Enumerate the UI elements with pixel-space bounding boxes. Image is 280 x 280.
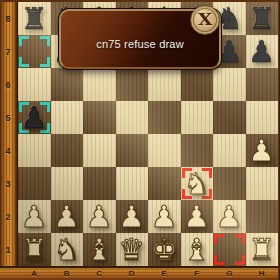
piece-white-knight[interactable]: ♞ xyxy=(183,167,210,200)
piece-white-pawn[interactable]: ♟ xyxy=(86,200,113,233)
square-g6[interactable] xyxy=(213,68,246,101)
close-notification-button[interactable]: X xyxy=(190,5,220,35)
square-g5[interactable] xyxy=(213,101,246,134)
piece-white-rook[interactable]: ♜ xyxy=(21,233,48,266)
square-h5[interactable] xyxy=(246,101,279,134)
square-h8[interactable]: ♜ xyxy=(246,2,279,35)
square-c1[interactable]: ♝ xyxy=(83,233,116,266)
square-g3[interactable] xyxy=(213,167,246,200)
square-a6[interactable] xyxy=(18,68,51,101)
file-label-f: F xyxy=(181,266,214,280)
rank-label-2: 2 xyxy=(0,200,16,233)
square-e5[interactable] xyxy=(148,101,181,134)
piece-white-pawn[interactable]: ♟ xyxy=(248,134,275,167)
square-g2[interactable]: ♟ xyxy=(213,200,246,233)
rank-label-5: 5 xyxy=(0,101,16,134)
piece-white-king[interactable]: ♚ xyxy=(151,233,178,266)
square-a1[interactable]: ♜ xyxy=(18,233,51,266)
square-c6[interactable] xyxy=(83,68,116,101)
file-label-g: G xyxy=(213,266,246,280)
file-label-a: A xyxy=(18,266,51,280)
piece-white-knight[interactable]: ♞ xyxy=(53,233,80,266)
piece-white-bishop[interactable]: ♝ xyxy=(86,233,113,266)
square-e4[interactable] xyxy=(148,134,181,167)
piece-black-pawn[interactable]: ♟ xyxy=(248,35,275,68)
piece-white-pawn[interactable]: ♟ xyxy=(53,200,80,233)
square-h6[interactable] xyxy=(246,68,279,101)
rank-labels: 87654321 xyxy=(0,2,16,266)
square-e2[interactable]: ♟ xyxy=(148,200,181,233)
square-d3[interactable] xyxy=(116,167,149,200)
square-d2[interactable]: ♟ xyxy=(116,200,149,233)
rank-label-8: 8 xyxy=(0,2,16,35)
piece-white-queen[interactable]: ♛ xyxy=(118,233,145,266)
square-c2[interactable]: ♟ xyxy=(83,200,116,233)
square-d4[interactable] xyxy=(116,134,149,167)
square-h7[interactable]: ♟ xyxy=(246,35,279,68)
square-d1[interactable]: ♛ xyxy=(116,233,149,266)
square-a8[interactable]: ♜ xyxy=(18,2,51,35)
notification-text: cn75 refuse draw xyxy=(96,29,184,50)
square-d6[interactable] xyxy=(116,68,149,101)
square-f4[interactable] xyxy=(181,134,214,167)
piece-white-rook[interactable]: ♜ xyxy=(248,233,275,266)
square-c3[interactable] xyxy=(83,167,116,200)
last-move-highlight-red xyxy=(214,234,245,265)
square-e3[interactable] xyxy=(148,167,181,200)
square-f5[interactable] xyxy=(181,101,214,134)
square-b1[interactable]: ♞ xyxy=(51,233,84,266)
piece-white-pawn[interactable]: ♟ xyxy=(151,200,178,233)
piece-black-pawn[interactable]: ♟ xyxy=(21,101,48,134)
square-c4[interactable] xyxy=(83,134,116,167)
rank-label-4: 4 xyxy=(0,134,16,167)
last-move-highlight-teal xyxy=(19,36,50,67)
square-b2[interactable]: ♟ xyxy=(51,200,84,233)
square-a2[interactable]: ♟ xyxy=(18,200,51,233)
square-d5[interactable] xyxy=(116,101,149,134)
rank-label-1: 1 xyxy=(0,233,16,266)
square-b3[interactable] xyxy=(51,167,84,200)
square-h4[interactable]: ♟ xyxy=(246,134,279,167)
file-label-b: B xyxy=(51,266,84,280)
square-e1[interactable]: ♚ xyxy=(148,233,181,266)
close-icon: X xyxy=(198,12,212,28)
file-label-c: C xyxy=(83,266,116,280)
chess-app-screen: ♜♞♝♛♚♝♞♜♟♟♟♟♟♟♟♟♟♞♟♟♟♟♟♟♟♜♞♝♛♚♝♜ 8765432… xyxy=(0,0,280,280)
square-e6[interactable] xyxy=(148,68,181,101)
piece-black-rook[interactable]: ♜ xyxy=(248,2,275,35)
square-c5[interactable] xyxy=(83,101,116,134)
square-h2[interactable] xyxy=(246,200,279,233)
piece-white-bishop[interactable]: ♝ xyxy=(183,233,210,266)
board-frame-right xyxy=(278,0,280,280)
square-a3[interactable] xyxy=(18,167,51,200)
square-f1[interactable]: ♝ xyxy=(181,233,214,266)
piece-white-pawn[interactable]: ♟ xyxy=(216,200,243,233)
square-b4[interactable] xyxy=(51,134,84,167)
square-g4[interactable] xyxy=(213,134,246,167)
square-f6[interactable] xyxy=(181,68,214,101)
square-a4[interactable] xyxy=(18,134,51,167)
square-f2[interactable]: ♟ xyxy=(181,200,214,233)
rank-label-7: 7 xyxy=(0,35,16,68)
square-h1[interactable]: ♜ xyxy=(246,233,279,266)
piece-black-rook[interactable]: ♜ xyxy=(21,2,48,35)
piece-white-pawn[interactable]: ♟ xyxy=(118,200,145,233)
rank-label-3: 3 xyxy=(0,167,16,200)
file-labels: ABCDEFGH xyxy=(18,266,278,280)
file-label-e: E xyxy=(148,266,181,280)
square-b6[interactable] xyxy=(51,68,84,101)
file-label-d: D xyxy=(116,266,149,280)
rank-label-6: 6 xyxy=(0,68,16,101)
square-b5[interactable] xyxy=(51,101,84,134)
file-label-h: H xyxy=(246,266,279,280)
piece-white-pawn[interactable]: ♟ xyxy=(183,200,210,233)
square-f3[interactable]: ♞ xyxy=(181,167,214,200)
square-h3[interactable] xyxy=(246,167,279,200)
square-a7[interactable] xyxy=(18,35,51,68)
piece-white-pawn[interactable]: ♟ xyxy=(21,200,48,233)
square-g1[interactable] xyxy=(213,233,246,266)
square-a5[interactable]: ♟ xyxy=(18,101,51,134)
